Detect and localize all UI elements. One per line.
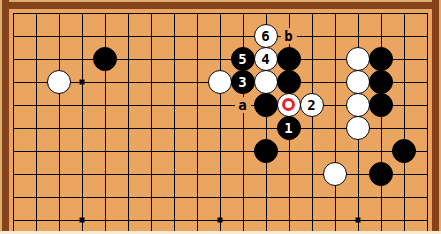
intersection-11-1[interactable]: 6 <box>254 24 277 47</box>
intersection-2-4[interactable] <box>47 93 70 116</box>
black-stone <box>93 47 117 71</box>
move-number: 5 <box>238 52 246 66</box>
label-b: b <box>281 28 297 44</box>
intersection-16-8[interactable] <box>369 185 392 208</box>
white-stone <box>47 70 71 94</box>
intersection-1-1[interactable] <box>24 24 47 47</box>
intersection-15-4[interactable] <box>346 93 369 116</box>
intersection-3-2[interactable] <box>70 47 93 70</box>
intersection-5-6[interactable] <box>116 139 139 162</box>
black-stone-move-1: 1 <box>277 116 301 140</box>
intersection-9-6[interactable] <box>208 139 231 162</box>
intersection-1-7[interactable] <box>24 162 47 185</box>
intersection-7-4[interactable] <box>162 93 185 116</box>
move-number: 6 <box>261 29 269 43</box>
intersection-10-3[interactable]: 3 <box>231 70 254 93</box>
intersection-6-2[interactable] <box>139 47 162 70</box>
intersection-8-1[interactable] <box>185 24 208 47</box>
intersection-8-2[interactable] <box>185 47 208 70</box>
intersection-7-1[interactable] <box>162 24 185 47</box>
white-stone-move-4: 4 <box>254 47 278 71</box>
intersection-10-8[interactable] <box>231 185 254 208</box>
intersection-14-7[interactable] <box>323 162 346 185</box>
intersection-4-8[interactable] <box>93 185 116 208</box>
intersection-3-7[interactable] <box>70 162 93 185</box>
intersection-15-7[interactable] <box>346 162 369 185</box>
black-stone <box>369 70 393 94</box>
white-stone <box>346 70 370 94</box>
intersection-16-3[interactable] <box>369 70 392 93</box>
intersection-6-6[interactable] <box>139 139 162 162</box>
intersection-12-2[interactable] <box>277 47 300 70</box>
intersection-4-3[interactable] <box>93 70 116 93</box>
intersection-16-7[interactable] <box>369 162 392 185</box>
intersection-10-9[interactable] <box>231 208 254 231</box>
intersection-15-8[interactable] <box>346 185 369 208</box>
intersection-9-2[interactable] <box>208 47 231 70</box>
intersection-13-3[interactable] <box>300 70 323 93</box>
intersection-14-6[interactable] <box>323 139 346 162</box>
white-stone <box>346 116 370 140</box>
star-point <box>217 217 222 222</box>
intersection-17-8[interactable] <box>392 185 415 208</box>
intersection-6-5[interactable] <box>139 116 162 139</box>
intersection-17-5[interactable] <box>392 116 415 139</box>
intersection-17-9[interactable] <box>392 208 415 231</box>
white-stone <box>208 70 232 94</box>
intersection-16-9[interactable] <box>369 208 392 231</box>
intersection-3-1[interactable] <box>70 24 93 47</box>
intersection-8-7[interactable] <box>185 162 208 185</box>
white-stone <box>346 47 370 71</box>
intersection-11-4[interactable] <box>254 93 277 116</box>
intersection-10-7[interactable] <box>231 162 254 185</box>
intersection-7-9[interactable] <box>162 208 185 231</box>
intersection-7-5[interactable] <box>162 116 185 139</box>
intersection-13-6[interactable] <box>300 139 323 162</box>
intersection-15-3[interactable] <box>346 70 369 93</box>
black-stone <box>369 93 393 117</box>
intersection-8-4[interactable] <box>185 93 208 116</box>
white-stone <box>346 93 370 117</box>
intersection-8-3[interactable] <box>185 70 208 93</box>
intersection-15-1[interactable] <box>346 24 369 47</box>
intersection-2-1[interactable] <box>47 24 70 47</box>
intersection-6-8[interactable] <box>139 185 162 208</box>
go-board-grid: 6b543a21 <box>1 1 438 231</box>
intersection-8-5[interactable] <box>185 116 208 139</box>
intersection-5-5[interactable] <box>116 116 139 139</box>
intersection-14-5[interactable] <box>323 116 346 139</box>
intersection-7-2[interactable] <box>162 47 185 70</box>
intersection-6-7[interactable] <box>139 162 162 185</box>
intersection-13-5[interactable] <box>300 116 323 139</box>
intersection-2-2[interactable] <box>47 47 70 70</box>
move-number: 1 <box>284 121 292 135</box>
intersection-5-8[interactable] <box>116 185 139 208</box>
intersection-3-5[interactable] <box>70 116 93 139</box>
intersection-12-3[interactable] <box>277 70 300 93</box>
intersection-13-2[interactable] <box>300 47 323 70</box>
intersection-5-2[interactable] <box>116 47 139 70</box>
intersection-17-7[interactable] <box>392 162 415 185</box>
intersection-7-6[interactable] <box>162 139 185 162</box>
star-point <box>355 217 360 222</box>
black-stone <box>369 162 393 186</box>
intersection-2-5[interactable] <box>47 116 70 139</box>
intersection-4-4[interactable] <box>93 93 116 116</box>
intersection-15-2[interactable] <box>346 47 369 70</box>
white-stone-move-2: 2 <box>300 93 324 117</box>
intersection-11-3[interactable] <box>254 70 277 93</box>
intersection-16-6[interactable] <box>369 139 392 162</box>
intersection-1-8[interactable] <box>24 185 47 208</box>
intersection-14-9[interactable] <box>323 208 346 231</box>
intersection-11-9[interactable] <box>254 208 277 231</box>
intersection-9-9[interactable] <box>208 208 231 231</box>
intersection-16-4[interactable] <box>369 93 392 116</box>
intersection-10-6[interactable] <box>231 139 254 162</box>
intersection-2-8[interactable] <box>47 185 70 208</box>
intersection-1-2[interactable] <box>24 47 47 70</box>
intersection-17-6[interactable] <box>392 139 415 162</box>
intersection-12-7[interactable] <box>277 162 300 185</box>
intersection-6-3[interactable] <box>139 70 162 93</box>
intersection-4-6[interactable] <box>93 139 116 162</box>
intersection-17-1[interactable] <box>392 24 415 47</box>
intersection-2-7[interactable] <box>47 162 70 185</box>
white-stone-move-6: 6 <box>254 24 278 48</box>
black-stone-move-5: 5 <box>231 47 255 71</box>
red-circle-mark-icon <box>282 98 295 111</box>
intersection-4-2[interactable] <box>93 47 116 70</box>
intersection-8-9[interactable] <box>185 208 208 231</box>
intersection-13-7[interactable] <box>300 162 323 185</box>
intersection-9-5[interactable] <box>208 116 231 139</box>
intersection-6-9[interactable] <box>139 208 162 231</box>
intersection-3-9[interactable] <box>70 208 93 231</box>
black-stone <box>254 93 278 117</box>
intersection-3-4[interactable] <box>70 93 93 116</box>
intersection-17-3[interactable] <box>392 70 415 93</box>
intersection-14-1[interactable] <box>323 24 346 47</box>
intersection-2-9[interactable] <box>47 208 70 231</box>
intersection-12-8[interactable] <box>277 185 300 208</box>
intersection-3-3[interactable] <box>70 70 93 93</box>
intersection-17-4[interactable] <box>392 93 415 116</box>
intersection-10-5[interactable] <box>231 116 254 139</box>
intersection-1-4[interactable] <box>24 93 47 116</box>
intersection-13-8[interactable] <box>300 185 323 208</box>
black-stone <box>392 139 416 163</box>
intersection-2-3[interactable] <box>47 70 70 93</box>
intersection-1-5[interactable] <box>24 116 47 139</box>
black-stone <box>277 47 301 71</box>
intersection-11-5[interactable] <box>254 116 277 139</box>
intersection-6-4[interactable] <box>139 93 162 116</box>
intersection-11-7[interactable] <box>254 162 277 185</box>
intersection-9-3[interactable] <box>208 70 231 93</box>
intersection-15-5[interactable] <box>346 116 369 139</box>
go-diagram: 6b543a21 <box>0 0 441 234</box>
intersection-12-1[interactable]: b <box>277 24 300 47</box>
intersection-5-4[interactable] <box>116 93 139 116</box>
intersection-1-3[interactable] <box>24 70 47 93</box>
move-number: 4 <box>261 52 269 66</box>
intersection-14-3[interactable] <box>323 70 346 93</box>
intersection-15-9[interactable] <box>346 208 369 231</box>
intersection-9-1[interactable] <box>208 24 231 47</box>
intersection-3-6[interactable] <box>70 139 93 162</box>
black-stone <box>277 70 301 94</box>
board-frame-left <box>0 0 9 234</box>
board-frame-top <box>0 0 441 9</box>
intersection-13-4[interactable]: 2 <box>300 93 323 116</box>
intersection-9-4[interactable] <box>208 93 231 116</box>
intersection-9-7[interactable] <box>208 162 231 185</box>
intersection-4-9[interactable] <box>93 208 116 231</box>
intersection-11-6[interactable] <box>254 139 277 162</box>
intersection-11-2[interactable]: 4 <box>254 47 277 70</box>
black-stone <box>254 139 278 163</box>
intersection-13-9[interactable] <box>300 208 323 231</box>
intersection-3-8[interactable] <box>70 185 93 208</box>
intersection-4-1[interactable] <box>93 24 116 47</box>
intersection-14-2[interactable] <box>323 47 346 70</box>
white-stone <box>323 162 347 186</box>
intersection-12-6[interactable] <box>277 139 300 162</box>
intersection-11-8[interactable] <box>254 185 277 208</box>
intersection-4-7[interactable] <box>93 162 116 185</box>
label-a: a <box>235 97 251 113</box>
intersection-10-1[interactable] <box>231 24 254 47</box>
intersection-9-8[interactable] <box>208 185 231 208</box>
intersection-5-7[interactable] <box>116 162 139 185</box>
star-point <box>79 79 84 84</box>
intersection-15-6[interactable] <box>346 139 369 162</box>
black-stone <box>369 47 393 71</box>
intersection-2-6[interactable] <box>47 139 70 162</box>
white-stone <box>254 70 278 94</box>
intersection-7-8[interactable] <box>162 185 185 208</box>
intersection-4-5[interactable] <box>93 116 116 139</box>
intersection-7-3[interactable] <box>162 70 185 93</box>
intersection-14-4[interactable] <box>323 93 346 116</box>
intersection-8-6[interactable] <box>185 139 208 162</box>
white-stone-marked <box>277 93 301 117</box>
intersection-7-7[interactable] <box>162 162 185 185</box>
intersection-8-8[interactable] <box>185 185 208 208</box>
intersection-12-4[interactable] <box>277 93 300 116</box>
intersection-12-9[interactable] <box>277 208 300 231</box>
move-number: 2 <box>307 98 315 112</box>
intersection-17-2[interactable] <box>392 47 415 70</box>
intersection-6-1[interactable] <box>139 24 162 47</box>
intersection-10-2[interactable]: 5 <box>231 47 254 70</box>
intersection-1-9[interactable] <box>24 208 47 231</box>
intersection-5-9[interactable] <box>116 208 139 231</box>
intersection-13-1[interactable] <box>300 24 323 47</box>
diagram-cut-edge <box>0 231 441 234</box>
intersection-16-2[interactable] <box>369 47 392 70</box>
black-stone-move-3: 3 <box>231 70 255 94</box>
intersection-5-3[interactable] <box>116 70 139 93</box>
intersection-16-1[interactable] <box>369 24 392 47</box>
intersection-5-1[interactable] <box>116 24 139 47</box>
intersection-1-6[interactable] <box>24 139 47 162</box>
intersection-16-5[interactable] <box>369 116 392 139</box>
intersection-14-8[interactable] <box>323 185 346 208</box>
star-point <box>79 217 84 222</box>
intersection-10-4[interactable]: a <box>231 93 254 116</box>
board-frame-right <box>432 0 441 234</box>
move-number: 3 <box>238 75 246 89</box>
intersection-12-5[interactable]: 1 <box>277 116 300 139</box>
